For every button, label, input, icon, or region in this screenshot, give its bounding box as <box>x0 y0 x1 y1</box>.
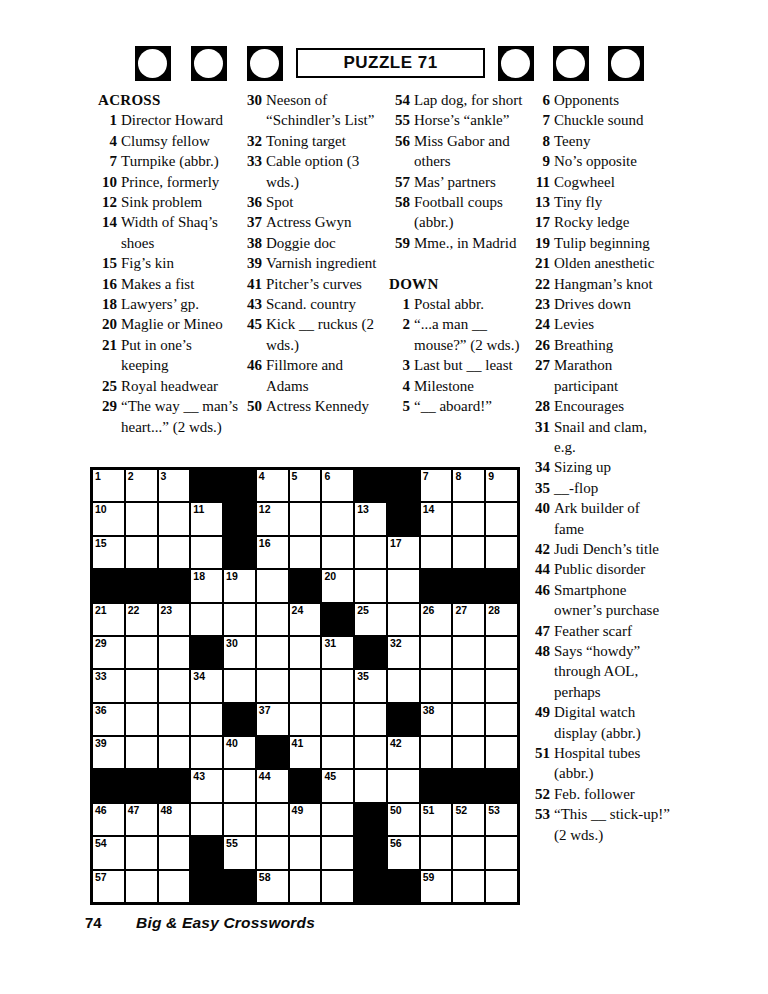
grid-cell[interactable]: 1 <box>92 469 125 502</box>
black-cell <box>223 502 256 535</box>
clue-number: 35 <box>525 478 550 498</box>
black-cell <box>125 569 158 602</box>
clue-number: 46 <box>525 580 550 600</box>
black-cell <box>354 870 387 903</box>
clue-number: 27 <box>525 355 550 375</box>
clue-text: Lawyers’ gp. <box>121 296 199 312</box>
across-clue-25: 25Royal headwear <box>92 376 242 396</box>
grid-cell[interactable]: 10 <box>92 502 125 535</box>
grid-cell[interactable]: 20 <box>321 569 354 602</box>
clue-text: Kick __ ruckus (2 wds.) <box>266 316 374 352</box>
clue-text: No’s opposite <box>554 153 637 169</box>
grid-cell[interactable]: 5 <box>289 469 322 502</box>
grid-cell[interactable] <box>125 836 158 869</box>
black-cell <box>92 769 125 802</box>
clue-number: 4 <box>385 376 410 396</box>
cell-number: 17 <box>390 537 402 550</box>
across-clue-10: 10Prince, formerly <box>92 172 242 192</box>
grid-cell[interactable]: 17 <box>387 536 420 569</box>
grid-cell[interactable] <box>158 736 191 769</box>
grid-cell[interactable] <box>125 703 158 736</box>
cell-number: 43 <box>193 770 205 783</box>
clue-number: 8 <box>525 131 550 151</box>
clue-number: 9 <box>525 151 550 171</box>
grid-cell[interactable] <box>321 703 354 736</box>
grid-cell[interactable]: 30 <box>223 636 256 669</box>
grid-cell[interactable] <box>125 736 158 769</box>
grid-cell[interactable] <box>387 669 420 702</box>
grid-cell[interactable] <box>387 769 420 802</box>
grid-cell[interactable]: 27 <box>452 603 485 636</box>
grid-cell[interactable] <box>223 669 256 702</box>
grid-cell[interactable] <box>485 636 518 669</box>
grid-cell[interactable]: 8 <box>452 469 485 502</box>
grid-cell[interactable]: 2 <box>125 469 158 502</box>
grid-cell[interactable] <box>125 636 158 669</box>
clue-number: 45 <box>237 314 262 334</box>
cell-number: 22 <box>128 604 140 617</box>
down-clue-1: 1Postal abbr. <box>385 294 532 314</box>
grid-cell[interactable] <box>256 569 289 602</box>
across-clue-56: 56Miss Gabor and others <box>385 131 532 172</box>
clue-number: 30 <box>237 90 262 110</box>
across-clue-50: 50Actress Kennedy <box>237 396 383 416</box>
clue-text: Doggie doc <box>266 235 336 251</box>
grid-cell[interactable] <box>452 636 485 669</box>
across-clue-36: 36Spot <box>237 192 383 212</box>
across-clue-38: 38Doggie doc <box>237 233 383 253</box>
clue-text: Olden anesthetic <box>554 255 654 271</box>
grid-cell[interactable] <box>289 502 322 535</box>
clue-text: Feather scarf <box>554 623 632 639</box>
cell-number: 32 <box>390 637 402 650</box>
grid-cell[interactable]: 34 <box>190 669 223 702</box>
grid-cell[interactable]: 6 <box>321 469 354 502</box>
cell-number: 54 <box>95 837 107 850</box>
across-clue-7: 7Turnpike (abbr.) <box>92 151 242 171</box>
cell-number: 24 <box>292 604 304 617</box>
grid-cell[interactable] <box>125 870 158 903</box>
grid-cell[interactable]: 43 <box>190 769 223 802</box>
clue-number: 47 <box>525 621 550 641</box>
grid-cell[interactable] <box>321 836 354 869</box>
grid-cell[interactable]: 53 <box>485 803 518 836</box>
clue-text: Actress Gwyn <box>266 214 351 230</box>
cell-number: 57 <box>95 871 107 884</box>
grid-cell[interactable]: 55 <box>223 836 256 869</box>
grid-cell[interactable] <box>256 603 289 636</box>
black-cell <box>354 636 387 669</box>
cell-number: 6 <box>324 470 330 483</box>
grid-cell[interactable] <box>289 669 322 702</box>
grid-cell[interactable] <box>485 836 518 869</box>
grid-cell[interactable]: 40 <box>223 736 256 769</box>
grid-cell[interactable] <box>485 669 518 702</box>
grid-cell[interactable] <box>190 736 223 769</box>
grid-cell[interactable] <box>289 636 322 669</box>
grid-cell[interactable]: 58 <box>256 870 289 903</box>
grid-cell[interactable] <box>125 669 158 702</box>
across-clue-57: 57Mas’ partners <box>385 172 532 192</box>
grid-cell[interactable] <box>321 502 354 535</box>
clue-number: 31 <box>525 417 550 437</box>
clue-text: Breathing <box>554 337 613 353</box>
clue-text: Mas’ partners <box>414 174 496 190</box>
grid-cell[interactable] <box>158 703 191 736</box>
grid-cell[interactable]: 11 <box>190 502 223 535</box>
grid-cell[interactable] <box>289 870 322 903</box>
clue-number: 39 <box>237 253 262 273</box>
cell-number: 16 <box>259 537 271 550</box>
clue-number: 28 <box>525 396 550 416</box>
grid-cell[interactable] <box>321 870 354 903</box>
clue-number: 6 <box>525 90 550 110</box>
down-clue-34: 34Sizing up <box>525 457 671 477</box>
grid-cell[interactable]: 56 <box>387 836 420 869</box>
down-clue-40: 40Ark builder of fame <box>525 498 671 539</box>
clue-text: Sink problem <box>121 194 202 210</box>
black-cell <box>387 469 420 502</box>
grid-cell[interactable] <box>354 736 387 769</box>
black-cell <box>354 469 387 502</box>
clue-number: 1 <box>385 294 410 314</box>
grid-cell[interactable] <box>223 803 256 836</box>
clue-number: 12 <box>92 192 117 212</box>
clue-number: 36 <box>237 192 262 212</box>
grid-cell[interactable] <box>158 836 191 869</box>
cell-number: 4 <box>259 470 265 483</box>
clue-text: Encourages <box>554 398 624 414</box>
grid-cell[interactable]: 21 <box>92 603 125 636</box>
down-clue-27: 27Marathon participant <box>525 355 671 396</box>
clue-text: Fig’s kin <box>121 255 174 271</box>
clue-number: 18 <box>92 294 117 314</box>
cell-number: 56 <box>390 837 402 850</box>
clue-number: 55 <box>385 110 410 130</box>
grid-cell[interactable]: 48 <box>158 803 191 836</box>
grid-cell[interactable] <box>158 669 191 702</box>
cell-number: 8 <box>455 470 461 483</box>
black-cell <box>452 569 485 602</box>
cell-number: 2 <box>128 470 134 483</box>
clue-text: Levies <box>554 316 594 332</box>
grid-cell[interactable]: 24 <box>289 603 322 636</box>
grid-cell[interactable]: 14 <box>420 502 453 535</box>
clue-number: 3 <box>385 355 410 375</box>
cell-number: 59 <box>423 871 435 884</box>
grid-cell[interactable] <box>321 736 354 769</box>
grid-cell[interactable] <box>354 536 387 569</box>
down-clue-22: 22Hangman’s knot <box>525 274 671 294</box>
clue-number: 25 <box>92 376 117 396</box>
across-clue-15: 15Fig’s kin <box>92 253 242 273</box>
grid-cell[interactable] <box>289 703 322 736</box>
down-clue-24: 24Levies <box>525 314 671 334</box>
clue-text: “This __ stick-up!” (2 wds.) <box>554 806 670 842</box>
grid-cell[interactable] <box>256 803 289 836</box>
grid-cell[interactable] <box>158 870 191 903</box>
black-cell <box>223 870 256 903</box>
grid-cell[interactable]: 57 <box>92 870 125 903</box>
clue-number: 48 <box>525 641 550 661</box>
clue-number: 44 <box>525 559 550 579</box>
clue-text: Hospital tubes (abbr.) <box>554 745 640 781</box>
across-clue-29: 29“The way __ man’s heart...” (2 wds.) <box>92 396 242 437</box>
grid-cell[interactable]: 33 <box>92 669 125 702</box>
grid-cell[interactable]: 18 <box>190 569 223 602</box>
grid-cell[interactable] <box>190 603 223 636</box>
clue-text: Clumsy fellow <box>121 133 210 149</box>
clues-column-4: 6Opponents7Chuckle sound8Teeny9No’s oppo… <box>525 90 671 845</box>
cell-number: 35 <box>357 670 369 683</box>
across-clue-20: 20Maglie or Mineo <box>92 314 242 334</box>
grid-cell[interactable] <box>125 502 158 535</box>
grid-cell[interactable]: 46 <box>92 803 125 836</box>
grid-cell[interactable]: 15 <box>92 536 125 569</box>
down-clue-47: 47Feather scarf <box>525 621 671 641</box>
black-cell <box>190 870 223 903</box>
grid-cell[interactable]: 36 <box>92 703 125 736</box>
cell-number: 20 <box>324 570 336 583</box>
clue-number: 26 <box>525 335 550 355</box>
grid-cell[interactable]: 32 <box>387 636 420 669</box>
grid-cell[interactable] <box>452 536 485 569</box>
grid-cell[interactable] <box>190 803 223 836</box>
grid-cell[interactable]: 22 <box>125 603 158 636</box>
grid-cell[interactable]: 16 <box>256 536 289 569</box>
grid-cell[interactable] <box>354 769 387 802</box>
clue-text: Postal abbr. <box>414 296 484 312</box>
grid-cell[interactable] <box>321 536 354 569</box>
across-clue-55: 55Horse’s “ankle” <box>385 110 532 130</box>
puzzle-title-box: PUZZLE 71 <box>296 48 485 78</box>
grid-cell[interactable] <box>420 836 453 869</box>
grid-cell[interactable] <box>125 536 158 569</box>
grid-cell[interactable] <box>420 669 453 702</box>
grid-cell[interactable]: 26 <box>420 603 453 636</box>
cell-number: 25 <box>357 604 369 617</box>
cell-number: 28 <box>488 604 500 617</box>
black-cell <box>289 769 322 802</box>
grid-cell[interactable]: 39 <box>92 736 125 769</box>
down-clue-13: 13Tiny fly <box>525 192 671 212</box>
clue-text: Rocky ledge <box>554 214 629 230</box>
ornament-square <box>247 46 283 81</box>
grid-cell[interactable] <box>387 603 420 636</box>
grid-cell[interactable] <box>223 769 256 802</box>
grid-cell[interactable]: 51 <box>420 803 453 836</box>
grid-cell[interactable] <box>158 502 191 535</box>
grid-cell[interactable] <box>354 703 387 736</box>
cell-number: 34 <box>193 670 205 683</box>
grid-cell[interactable]: 50 <box>387 803 420 836</box>
grid-cell[interactable] <box>354 569 387 602</box>
clue-number: 10 <box>92 172 117 192</box>
clue-number: 37 <box>237 212 262 232</box>
grid-cell[interactable]: 41 <box>289 736 322 769</box>
cell-number: 26 <box>423 604 435 617</box>
cell-number: 39 <box>95 737 107 750</box>
clue-number: 49 <box>525 702 550 722</box>
clue-text: Actress Kennedy <box>266 398 369 414</box>
grid-cell[interactable]: 45 <box>321 769 354 802</box>
clue-number: 52 <box>525 784 550 804</box>
across-clue-14: 14Width of Shaq’s shoes <box>92 212 242 253</box>
grid-cell[interactable]: 42 <box>387 736 420 769</box>
clue-number: 23 <box>525 294 550 314</box>
black-cell <box>158 569 191 602</box>
cell-number: 27 <box>455 604 467 617</box>
grid-cell[interactable]: 35 <box>354 669 387 702</box>
grid-cell[interactable] <box>420 536 453 569</box>
black-cell <box>223 469 256 502</box>
grid-cell[interactable]: 28 <box>485 603 518 636</box>
cell-number: 30 <box>226 637 238 650</box>
cell-number: 19 <box>226 570 238 583</box>
grid-cell[interactable] <box>452 669 485 702</box>
clue-number: 56 <box>385 131 410 151</box>
clue-number: 19 <box>525 233 550 253</box>
black-cell <box>190 636 223 669</box>
cell-number: 55 <box>226 837 238 850</box>
down-clue-52: 52Feb. follower <box>525 784 671 804</box>
clue-number: 11 <box>525 172 550 192</box>
clue-number: 13 <box>525 192 550 212</box>
grid-cell[interactable]: 23 <box>158 603 191 636</box>
clue-number: 40 <box>525 498 550 518</box>
cell-number: 5 <box>292 470 298 483</box>
grid-cell[interactable] <box>158 536 191 569</box>
grid-cell[interactable] <box>321 803 354 836</box>
down-clue-44: 44Public disorder <box>525 559 671 579</box>
grid-cell[interactable]: 29 <box>92 636 125 669</box>
grid-cell[interactable]: 7 <box>420 469 453 502</box>
down-clue-8: 8Teeny <box>525 131 671 151</box>
clue-text: Smartphone owner’s purchase <box>554 582 659 618</box>
grid-cell[interactable] <box>223 603 256 636</box>
grid-cell[interactable] <box>452 836 485 869</box>
clue-text: Fillmore and Adams <box>266 357 343 393</box>
grid-cell[interactable] <box>256 836 289 869</box>
grid-cell[interactable] <box>485 736 518 769</box>
clue-text: Scand. country <box>266 296 356 312</box>
grid-cell[interactable] <box>452 736 485 769</box>
grid-cell[interactable]: 47 <box>125 803 158 836</box>
clue-number: 43 <box>237 294 262 314</box>
clue-number: 54 <box>385 90 410 110</box>
grid-cell[interactable] <box>158 636 191 669</box>
cell-number: 52 <box>455 804 467 817</box>
grid-cell[interactable]: 4 <box>256 469 289 502</box>
grid-cell[interactable] <box>420 736 453 769</box>
cell-number: 3 <box>161 470 167 483</box>
clue-text: Milestone <box>414 378 474 394</box>
grid-cell[interactable] <box>485 502 518 535</box>
grid-cell[interactable] <box>387 569 420 602</box>
ornament-square <box>498 46 534 81</box>
clue-text: Width of Shaq’s shoes <box>121 214 218 250</box>
grid-cell[interactable] <box>256 636 289 669</box>
clue-text: Snail and clam, e.g. <box>554 419 647 455</box>
grid-cell[interactable]: 44 <box>256 769 289 802</box>
cell-number: 29 <box>95 637 107 650</box>
clue-text: Pitcher’s curves <box>266 276 362 292</box>
cell-number: 13 <box>357 503 369 516</box>
grid-cell[interactable]: 49 <box>289 803 322 836</box>
grid-cell[interactable] <box>289 536 322 569</box>
grid-cell[interactable]: 59 <box>420 870 453 903</box>
black-cell <box>354 803 387 836</box>
cell-number: 31 <box>324 637 336 650</box>
clue-text: Miss Gabor and others <box>414 133 510 169</box>
clues-column-3: 54Lap dog, for short55Horse’s “ankle”56M… <box>385 90 532 416</box>
cell-number: 33 <box>95 670 107 683</box>
clue-text: Lap dog, for short <box>414 92 522 108</box>
grid-cell[interactable]: 12 <box>256 502 289 535</box>
clue-text: Drives down <box>554 296 631 312</box>
grid-cell[interactable] <box>452 703 485 736</box>
grid-cell[interactable] <box>321 669 354 702</box>
clue-text: Cable option (3 wds.) <box>266 153 359 189</box>
down-clue-46: 46Smartphone owner’s purchase <box>525 580 671 621</box>
black-cell <box>452 769 485 802</box>
circle-icon <box>556 49 585 78</box>
grid-cell[interactable] <box>452 502 485 535</box>
grid-cell[interactable]: 31 <box>321 636 354 669</box>
clue-text: __-flop <box>554 480 598 496</box>
clue-text: Cogwheel <box>554 174 615 190</box>
grid-cell[interactable] <box>190 536 223 569</box>
grid-cell[interactable]: 37 <box>256 703 289 736</box>
clue-text: Marathon participant <box>554 357 618 393</box>
grid-cell[interactable] <box>452 870 485 903</box>
grid-cell[interactable] <box>485 536 518 569</box>
down-clue-28: 28Encourages <box>525 396 671 416</box>
grid-cell[interactable]: 19 <box>223 569 256 602</box>
cell-number: 46 <box>95 804 107 817</box>
grid-cell[interactable]: 52 <box>452 803 485 836</box>
grid-cell[interactable]: 25 <box>354 603 387 636</box>
grid-cell[interactable] <box>256 669 289 702</box>
grid-cell[interactable] <box>190 703 223 736</box>
across-clue-30: 30Neeson of “Schindler’s List” <box>237 90 383 131</box>
grid-cell[interactable] <box>485 703 518 736</box>
clue-text: Judi Dench’s title <box>554 541 659 557</box>
ornament-square <box>608 46 644 81</box>
clue-number: 14 <box>92 212 117 232</box>
circle-icon <box>138 49 167 78</box>
clue-number: 59 <box>385 233 410 253</box>
grid-cell[interactable]: 3 <box>158 469 191 502</box>
black-cell <box>387 870 420 903</box>
clue-text: “...a man __ mouse?” (2 wds.) <box>414 316 519 352</box>
grid-cell[interactable] <box>289 836 322 869</box>
grid-cell[interactable] <box>485 870 518 903</box>
clue-text: Hangman’s knot <box>554 276 653 292</box>
clue-number: 21 <box>525 253 550 273</box>
clue-number: 41 <box>237 274 262 294</box>
down-clue-19: 19Tulip beginning <box>525 233 671 253</box>
grid-cell[interactable]: 38 <box>420 703 453 736</box>
grid-cell[interactable]: 13 <box>354 502 387 535</box>
clue-number: 7 <box>525 110 550 130</box>
clue-number: 33 <box>237 151 262 171</box>
clue-text: Says “howdy” through AOL, perhaps <box>554 643 640 700</box>
grid-cell[interactable]: 9 <box>485 469 518 502</box>
cell-number: 51 <box>423 804 435 817</box>
grid-cell[interactable]: 54 <box>92 836 125 869</box>
grid-cell[interactable] <box>420 636 453 669</box>
